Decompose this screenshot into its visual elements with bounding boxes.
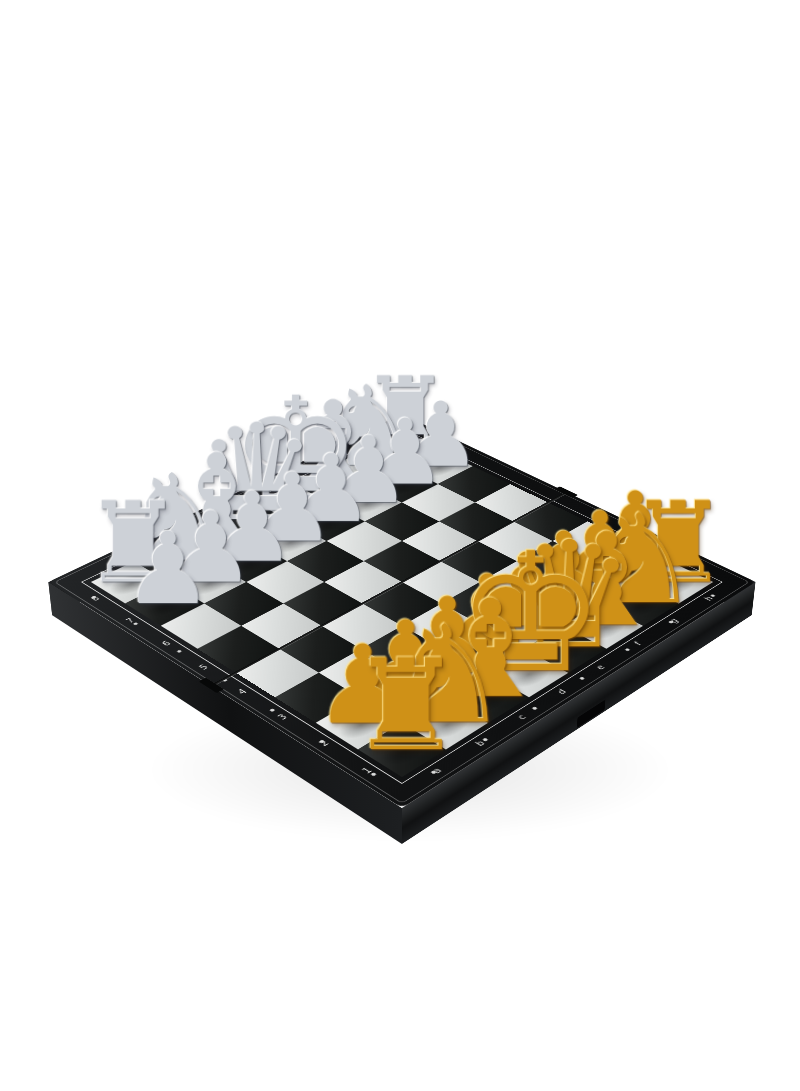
rook-glyph: ♜: [349, 641, 463, 768]
product-photo: ♜♞♝♛♚♝♞♜♟♟♟♟♟♟♟♟♟♟♟♟♟♟♟♟♜♞♝♚♛♝♞♜ abcdefg…: [0, 0, 800, 1091]
pawn-glyph: ♟: [123, 518, 212, 618]
